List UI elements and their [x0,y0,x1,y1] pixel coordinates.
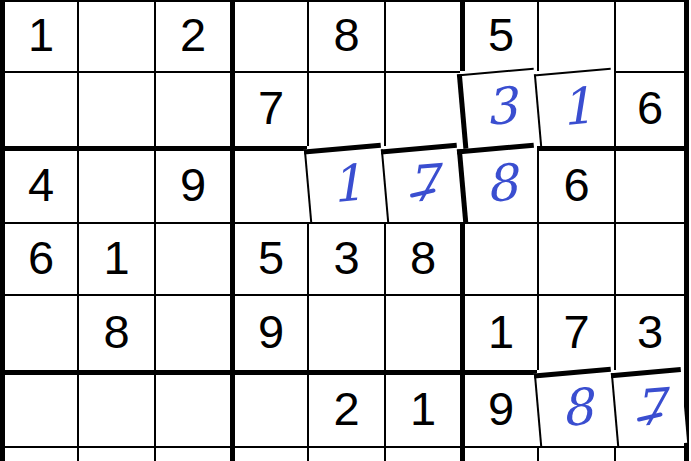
cell-r5-c9-given-3: 3 [614,294,684,370]
cell-r3-c4-empty [230,146,307,222]
cell-r5-c1-empty [0,294,77,370]
cell-r1-c7-given-5: 5 [460,0,537,71]
cell-r3-c7-handwritten-8: 8 [457,143,540,225]
cell-r2-c1-empty [0,71,77,146]
cell-r4-c6-given-8: 8 [384,222,460,294]
cell-r6-c9-handwritten-7: 7 [611,367,687,449]
cell-r6-c3-empty [154,370,230,446]
cell-r6-c8-handwritten-8: 8 [534,367,617,449]
cell-r7-c4-partial [230,446,307,461]
cell-r3-c2-empty [77,146,154,222]
cell-r4-c8-empty [537,222,614,294]
cell-r2-c6-empty [384,71,460,146]
cell-r6-c1-empty [0,370,77,446]
cell-r2-c4-given-7: 7 [230,71,307,146]
cell-r5-c3-empty [154,294,230,370]
cell-r7-c7-partial [460,446,537,461]
cell-r2-c5-empty [307,71,384,146]
cell-r4-c2-given-1: 1 [77,222,154,294]
cell-r6-c2-empty [77,370,154,446]
cell-r4-c9-empty [614,222,684,294]
cell-r3-c3-given-9: 9 [154,146,230,222]
cell-r3-c1-given-4: 4 [0,146,77,222]
cell-r5-c7-given-1: 1 [460,294,537,370]
cell-r2-c2-empty [77,71,154,146]
cell-r7-c8-partial [537,446,614,461]
cell-r7-c3-partial [154,446,230,461]
cell-r1-c4-empty [230,0,307,71]
cell-r1-c9-empty [614,0,684,71]
cell-r3-c9-empty [614,146,684,222]
cell-r1-c5-given-8: 8 [307,0,384,71]
cell-r3-c8-given-6: 6 [537,146,614,222]
cell-r4-c4-given-5: 5 [230,222,307,294]
sudoku-photo: 12857316491786615388917321987 [0,0,691,461]
cell-r2-c9-given-6: 6 [614,71,684,146]
cell-r1-c2-empty [77,0,154,71]
cell-r7-c9-partial [614,446,684,461]
cell-r7-c2-partial [77,446,154,461]
cell-r1-c6-empty [384,0,460,71]
cell-r7-c6-partial [384,446,460,461]
cell-r4-c5-given-3: 3 [307,222,384,294]
cell-r7-c5-partial [307,446,384,461]
cell-r4-c1-given-6: 6 [0,222,77,294]
cell-r2-c7-handwritten-3: 3 [457,68,540,149]
cell-r6-c6-given-1: 1 [384,370,460,446]
cell-r5-c4-given-9: 9 [230,294,307,370]
cell-r5-c2-given-8: 8 [77,294,154,370]
cell-r4-c3-empty [154,222,230,294]
cell-r6-c4-empty [230,370,307,446]
cell-r4-c7-empty [460,222,537,294]
cell-r5-c5-empty [307,294,384,370]
cell-r3-c5-handwritten-1: 1 [304,143,387,225]
sudoku-board: 12857316491786615388917321987 [0,0,689,461]
cell-r2-c3-empty [154,71,230,146]
cell-r5-c6-empty [384,294,460,370]
cell-r2-c8-handwritten-1: 1 [534,68,617,149]
cell-r1-c1-given-1: 1 [0,0,77,71]
cell-r3-c6-handwritten-7: 7 [381,143,463,225]
cell-r6-c7-given-9: 9 [460,370,537,446]
cell-r1-c3-given-2: 2 [154,0,230,71]
cell-r1-c8-empty [537,0,614,71]
cell-r5-c8-given-7: 7 [537,294,614,370]
cell-r7-c1-partial [0,446,77,461]
cell-r6-c5-given-2: 2 [307,370,384,446]
